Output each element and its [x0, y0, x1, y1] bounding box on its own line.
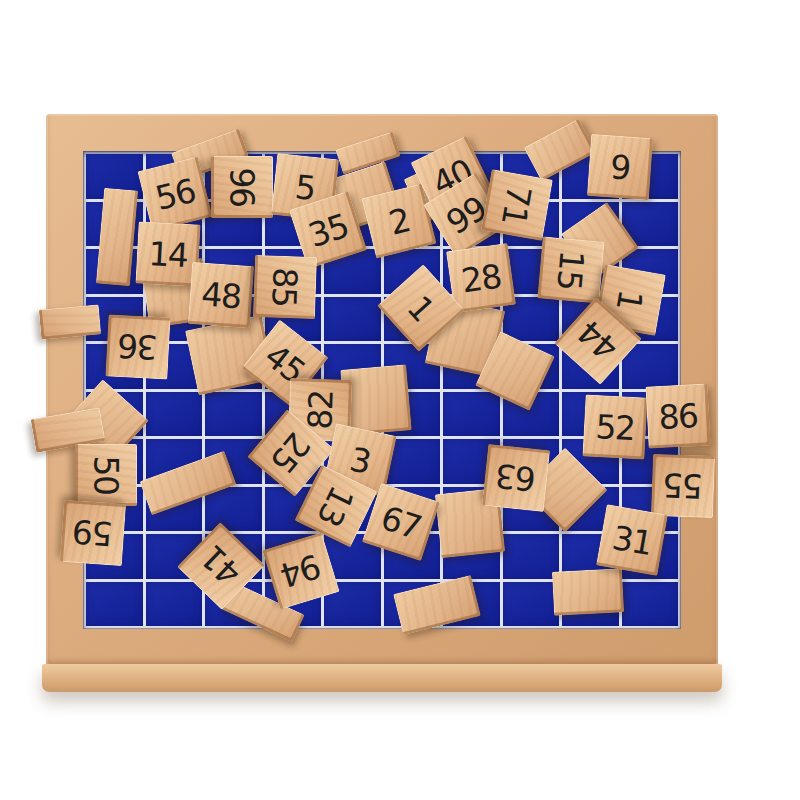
tile-number: 36	[118, 330, 159, 365]
tile-number: 31	[610, 520, 654, 559]
tile-number: 5	[294, 170, 317, 205]
number-tile-63[interactable]: 63	[482, 444, 550, 512]
grid-cell[interactable]	[86, 582, 143, 627]
tile-number: 94	[278, 550, 325, 593]
tile-number: 44	[572, 316, 623, 367]
tile-number: 82	[303, 390, 337, 430]
tile-number: 2	[386, 203, 413, 240]
tile-number: 63	[495, 460, 537, 497]
number-tile-86[interactable]: 86	[645, 383, 710, 448]
blank-tile[interactable]	[552, 568, 624, 616]
tile-number: 1	[612, 288, 648, 313]
tile-number: 28	[459, 259, 502, 297]
tile-number: 52	[595, 410, 636, 445]
tile-number: 85	[268, 267, 302, 307]
tile-number: 56	[152, 173, 198, 214]
number-tile-15[interactable]: 15	[537, 236, 604, 303]
tile-number: 9	[609, 150, 631, 184]
board-frame-front-edge	[42, 664, 722, 692]
number-tile-36[interactable]: 36	[105, 314, 170, 379]
tile-number: 13	[313, 481, 360, 531]
tile-number: 71	[497, 183, 536, 227]
tile-number: 1	[402, 290, 440, 327]
number-tile-48[interactable]: 48	[188, 262, 254, 328]
number-tile-31[interactable]: 31	[596, 504, 668, 576]
tile-number: 86	[658, 399, 699, 434]
grid-cell[interactable]	[503, 534, 560, 579]
tile-number: 3	[347, 442, 373, 478]
grid-cell[interactable]	[503, 582, 560, 627]
tile-number: 96	[226, 168, 259, 207]
number-tile-71[interactable]: 71	[481, 169, 553, 241]
tile-number: 25	[266, 427, 316, 478]
number-tile-96[interactable]: 96	[211, 156, 273, 218]
product-photo: 5696535240997191448852811513644458252862…	[0, 0, 800, 800]
tile-number: 41	[196, 541, 247, 592]
grid-cell[interactable]	[205, 487, 262, 532]
number-tile-85[interactable]: 85	[253, 255, 317, 319]
tile-number: 55	[663, 469, 703, 503]
number-tile-59[interactable]: 59	[60, 500, 126, 566]
grid-cell[interactable]	[443, 392, 500, 437]
grid-cell[interactable]	[146, 582, 203, 627]
number-tile-9[interactable]: 9	[587, 134, 653, 200]
grid-cell[interactable]	[205, 392, 262, 437]
number-tile-50[interactable]: 50	[75, 444, 137, 506]
tile-number: 35	[304, 208, 351, 251]
grid-cell[interactable]	[324, 297, 381, 342]
blank-tile[interactable]	[39, 304, 101, 339]
number-tile-52[interactable]: 52	[582, 394, 647, 459]
tile-number: 50	[90, 456, 123, 495]
number-tile-55[interactable]: 55	[651, 454, 715, 518]
tile-number: 67	[377, 500, 424, 543]
tile-number: 59	[72, 515, 113, 551]
tile-number: 15	[553, 249, 589, 291]
grid-cell[interactable]	[622, 582, 679, 627]
tile-number: 48	[200, 277, 241, 313]
grid-cell[interactable]	[146, 392, 203, 437]
tile-number: 14	[148, 237, 189, 272]
